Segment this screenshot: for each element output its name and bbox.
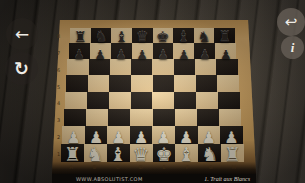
square-g8[interactable]: ♞ [194,28,215,43]
square-c7[interactable]: ♟ [111,43,132,59]
square-d4[interactable] [131,92,153,109]
square-h3[interactable] [219,109,241,126]
square-g1[interactable]: ♞ [198,144,221,162]
square-h6[interactable] [216,59,237,75]
square-a4[interactable] [65,92,87,109]
rank-label-6: 6 [57,62,60,79]
square-e1[interactable]: ♚ [153,144,176,162]
rank-label-7: 7 [57,45,60,62]
rank-label-5: 5 [57,78,60,95]
piece-white-knight: ♞ [201,146,218,163]
square-b5[interactable] [88,75,110,92]
square-d1[interactable]: ♛ [130,144,153,162]
square-e5[interactable] [153,75,175,92]
square-b1[interactable]: ♞ [84,144,107,162]
piece-white-rook: ♜ [224,146,241,163]
square-f5[interactable] [174,75,196,92]
square-a5[interactable] [66,75,88,92]
square-f8[interactable]: ♝ [173,28,194,43]
square-g6[interactable] [195,59,216,75]
square-c3[interactable] [108,109,130,126]
square-e4[interactable] [152,92,174,109]
piece-white-bishop: ♝ [110,146,127,163]
square-c4[interactable] [109,92,131,109]
square-d2[interactable]: ♟ [130,126,153,144]
square-f3[interactable] [175,109,197,126]
square-a6[interactable] [67,59,88,75]
square-f7[interactable]: ♟ [173,43,194,59]
square-a3[interactable] [64,109,86,126]
square-c1[interactable]: ♝ [107,144,130,162]
file-label-g: G [199,163,222,171]
square-g5[interactable] [196,75,218,92]
square-f1[interactable]: ♝ [175,144,198,162]
rank-label-4: 4 [57,95,60,112]
rank-label-8: 8 [57,28,60,45]
square-f2[interactable]: ♟ [175,126,198,144]
square-b4[interactable] [87,92,109,109]
square-f4[interactable] [174,92,196,109]
square-h7[interactable]: ♟ [215,43,236,59]
square-e6[interactable] [152,59,173,75]
file-label-c: C [106,163,129,171]
move-status-text: 1. Trait aux Blancs [204,176,250,182]
piece-white-pawn: ♟ [179,131,193,145]
square-h2[interactable]: ♟ [220,126,243,144]
square-e7[interactable]: ♟ [153,43,174,59]
rank-coordinates: 87654321 [57,28,60,162]
chess-board: ♜♞♝♛♚♝♞♜♟♟♟♟♟♟♟♟♟♟♟♟♟♟♟♟♜♞♝♛♚♝♞♜ [0,28,305,162]
square-h5[interactable] [217,75,239,92]
square-g4[interactable] [196,92,218,109]
rank-label-2: 2 [57,129,60,146]
square-b6[interactable] [89,59,110,75]
piece-white-rook: ♜ [64,146,81,163]
square-e8[interactable]: ♚ [153,28,174,43]
square-c2[interactable]: ♟ [107,126,130,144]
square-b8[interactable]: ♞ [91,28,112,43]
square-a1[interactable]: ♜ [61,144,84,162]
file-label-d: D [129,163,152,171]
piece-white-bishop: ♝ [178,146,195,163]
square-g2[interactable]: ♟ [198,126,221,144]
piece-white-queen: ♛ [133,146,150,163]
piece-white-pawn: ♟ [224,131,238,145]
square-e2[interactable]: ♟ [152,126,175,144]
square-f6[interactable] [174,59,195,75]
watermark-text: WWW.ABSOLUTIST.COM [76,176,143,182]
square-h4[interactable] [218,92,240,109]
file-label-b: B [83,163,106,171]
file-label-a: A [60,163,83,171]
square-c6[interactable] [110,59,131,75]
square-d3[interactable] [130,109,152,126]
square-h1[interactable]: ♜ [221,144,244,162]
piece-white-pawn: ♟ [157,131,171,145]
file-coordinates: ABCDEFGH [0,163,305,171]
square-d6[interactable] [131,59,152,75]
piece-white-pawn: ♟ [89,131,103,145]
square-g7[interactable]: ♟ [194,43,215,59]
rank-label-3: 3 [57,112,60,129]
chess-app-screen: ← ↻ ↩ i ♜♞♝♛♚♝♞♜♟♟♟♟♟♟♟♟♟♟♟♟♟♟♟♟♜♞♝♛♚♝♞♜… [0,0,305,183]
file-label-e: E [153,163,176,171]
square-c8[interactable]: ♝ [111,28,132,43]
rank-label-1: 1 [57,145,60,162]
piece-white-pawn: ♟ [134,131,148,145]
square-a8[interactable]: ♜ [70,28,91,43]
file-label-h: H [222,163,245,171]
square-e3[interactable] [153,109,175,126]
piece-white-king: ♚ [155,146,172,163]
piece-white-pawn: ♟ [202,131,216,145]
square-g3[interactable] [197,109,219,126]
square-b7[interactable]: ♟ [90,43,111,59]
piece-white-knight: ♞ [87,146,104,163]
square-d5[interactable] [131,75,153,92]
status-bar: WWW.ABSOLUTIST.COM 1. Trait aux Blancs [52,174,256,183]
square-a7[interactable]: ♟ [69,43,90,59]
square-d8[interactable]: ♛ [132,28,153,43]
square-b3[interactable] [86,109,108,126]
square-h8[interactable]: ♜ [214,28,235,43]
piece-white-pawn: ♟ [111,131,125,145]
square-d7[interactable]: ♟ [132,43,153,59]
square-b2[interactable]: ♟ [85,126,108,144]
piece-white-pawn: ♟ [66,131,80,145]
file-label-f: F [176,163,199,171]
square-a2[interactable]: ♟ [62,126,85,144]
square-c5[interactable] [109,75,131,92]
